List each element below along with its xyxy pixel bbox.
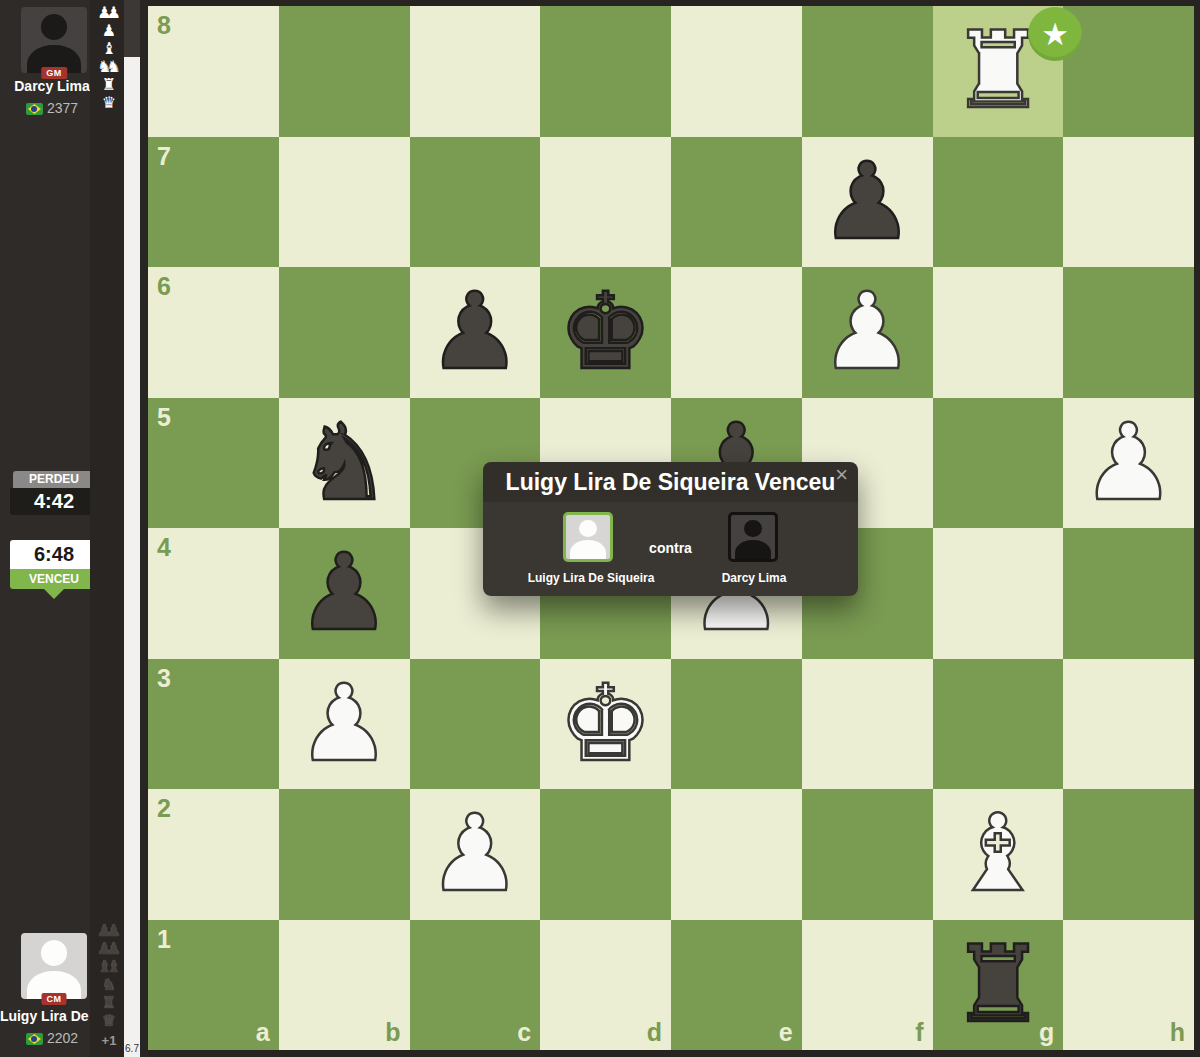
square-a2[interactable]: 2 — [148, 789, 279, 920]
winner-pointer-icon — [44, 589, 64, 599]
brazil-flag-icon — [26, 1033, 43, 1045]
dialog-body: contra Luigy Lira De Siqueira Darcy Lima — [483, 502, 858, 596]
square-c8[interactable] — [410, 6, 541, 137]
square-h8[interactable] — [1063, 6, 1194, 137]
top-clock: 4:42 — [10, 488, 98, 515]
brazil-flag-icon — [26, 103, 43, 115]
square-h5[interactable]: ♟ — [1063, 398, 1194, 529]
piece-white-bishop[interactable]: ♝ — [950, 801, 1045, 907]
piece-white-pawn[interactable]: ♟ — [1081, 410, 1176, 516]
square-e1[interactable]: e — [671, 920, 802, 1051]
captured-piece-group: ♟ — [102, 22, 116, 40]
square-h6[interactable] — [1063, 267, 1194, 398]
top-player-avatar[interactable]: GM — [21, 7, 87, 73]
square-b8[interactable] — [279, 6, 410, 137]
person-icon — [21, 933, 87, 999]
piece-black-pawn[interactable]: ♟ — [820, 149, 915, 255]
captured-piece-group: ♞♞ — [97, 58, 121, 76]
piece-black-king[interactable]: ♚ — [558, 279, 653, 385]
captured-by-bottom-list: ♟♟♟♟♝♝♞♜♛ — [93, 922, 125, 1030]
game-over-dialog: Luigy Lira De Siqueira Venceu × contra L… — [483, 462, 858, 596]
square-c6[interactable]: ♟ — [410, 267, 541, 398]
square-d7[interactable] — [540, 137, 671, 268]
piece-white-pawn[interactable]: ♟ — [820, 279, 915, 385]
square-g3[interactable] — [933, 659, 1064, 790]
square-a8[interactable]: 8 — [148, 6, 279, 137]
winner-name: Luigy Lira De Siqueira — [493, 571, 689, 585]
square-g8[interactable]: ♜★ — [933, 6, 1064, 137]
piece-black-pawn[interactable]: ♟ — [427, 279, 522, 385]
captured-piece-group: ♜ — [102, 994, 116, 1012]
file-label-d: d — [647, 1018, 662, 1047]
square-a3[interactable]: 3 — [148, 659, 279, 790]
top-player-title-badge: GM — [41, 67, 67, 79]
square-h2[interactable] — [1063, 789, 1194, 920]
square-b7[interactable] — [279, 137, 410, 268]
square-h4[interactable] — [1063, 528, 1194, 659]
square-c7[interactable] — [410, 137, 541, 268]
top-clock-status-badge: PERDEU — [13, 471, 95, 488]
captured-piece-group: ♝ — [102, 40, 116, 58]
file-label-c: c — [517, 1018, 531, 1047]
winner-star-icon: ★ — [1028, 7, 1082, 61]
file-label-h: h — [1170, 1018, 1185, 1047]
file-label-b: b — [385, 1018, 400, 1047]
captured-piece-group: ♛ — [102, 94, 116, 112]
person-icon — [566, 515, 610, 559]
piece-black-pawn[interactable]: ♟ — [297, 540, 392, 646]
captured-piece-group: ♜ — [102, 76, 116, 94]
file-label-f: f — [915, 1018, 923, 1047]
captured-piece-group: ♟♟ — [97, 940, 121, 958]
square-f2[interactable] — [802, 789, 933, 920]
file-label-e: e — [779, 1018, 793, 1047]
square-e8[interactable] — [671, 6, 802, 137]
square-e2[interactable] — [671, 789, 802, 920]
square-c2[interactable]: ♟ — [410, 789, 541, 920]
winner-avatar — [563, 512, 613, 562]
close-icon[interactable]: × — [835, 464, 848, 486]
square-f1[interactable]: f — [802, 920, 933, 1051]
captured-piece-group: ♛ — [102, 1012, 116, 1030]
evaluation-bar-black-section — [124, 0, 140, 57]
square-c3[interactable] — [410, 659, 541, 790]
rank-label-2: 2 — [157, 794, 171, 823]
square-d3[interactable]: ♚ — [540, 659, 671, 790]
square-g5[interactable] — [933, 398, 1064, 529]
loser-name: Darcy Lima — [691, 571, 817, 585]
square-f7[interactable]: ♟ — [802, 137, 933, 268]
rank-label-5: 5 — [157, 403, 171, 432]
square-b6[interactable] — [279, 267, 410, 398]
dialog-title: Luigy Lira De Siqueira Venceu — [506, 469, 836, 496]
square-e6[interactable] — [671, 267, 802, 398]
captured-by-top-list: ♟♟♟♝♞♞♜♛ — [93, 4, 125, 112]
person-icon — [21, 7, 87, 73]
square-a7[interactable]: 7 — [148, 137, 279, 268]
square-e7[interactable] — [671, 137, 802, 268]
material-advantage: +1 — [93, 1033, 125, 1048]
piece-white-pawn[interactable]: ♟ — [427, 801, 522, 907]
square-h1[interactable]: h — [1063, 920, 1194, 1051]
square-g7[interactable] — [933, 137, 1064, 268]
square-h7[interactable] — [1063, 137, 1194, 268]
piece-white-king[interactable]: ♚ — [558, 671, 653, 777]
rank-label-8: 8 — [157, 11, 171, 40]
square-a4[interactable]: 4 — [148, 528, 279, 659]
square-b1[interactable]: b — [279, 920, 410, 1051]
loser-avatar — [728, 512, 778, 562]
dialog-header: Luigy Lira De Siqueira Venceu × — [483, 462, 858, 502]
square-c1[interactable]: c — [410, 920, 541, 1051]
person-icon — [731, 515, 775, 559]
captured-piece-group: ♟♟ — [97, 922, 121, 940]
bottom-player-rating: 2202 — [0, 1030, 104, 1046]
square-d8[interactable] — [540, 6, 671, 137]
rank-label-4: 4 — [157, 533, 171, 562]
square-d2[interactable] — [540, 789, 671, 920]
square-g1[interactable]: g♜ — [933, 920, 1064, 1051]
bottom-clock: 6:48 — [10, 540, 98, 569]
piece-black-knight[interactable]: ♞ — [297, 410, 392, 516]
rank-label-3: 3 — [157, 664, 171, 693]
square-b2[interactable] — [279, 789, 410, 920]
square-g4[interactable] — [933, 528, 1064, 659]
square-a1[interactable]: 1a — [148, 920, 279, 1051]
square-h3[interactable] — [1063, 659, 1194, 790]
square-b5[interactable]: ♞ — [279, 398, 410, 529]
square-f8[interactable] — [802, 6, 933, 137]
captured-piece-group: ♝♝ — [97, 958, 121, 976]
captured-piece-group: ♞ — [102, 976, 116, 994]
file-label-a: a — [256, 1018, 270, 1047]
captured-piece-group: ♟♟ — [97, 4, 121, 22]
square-b3[interactable]: ♟ — [279, 659, 410, 790]
square-b4[interactable]: ♟ — [279, 528, 410, 659]
square-e3[interactable] — [671, 659, 802, 790]
square-g2[interactable]: ♝ — [933, 789, 1064, 920]
bottom-player-title-badge: CM — [42, 993, 67, 1005]
square-a5[interactable]: 5 — [148, 398, 279, 529]
rank-label-7: 7 — [157, 142, 171, 171]
evaluation-value: 6.7 — [124, 1043, 140, 1054]
rank-label-1: 1 — [157, 925, 171, 954]
piece-black-rook[interactable]: ♜ — [950, 932, 1045, 1038]
square-a6[interactable]: 6 — [148, 267, 279, 398]
rank-label-6: 6 — [157, 272, 171, 301]
square-g6[interactable] — [933, 267, 1064, 398]
square-d6[interactable]: ♚ — [540, 267, 671, 398]
evaluation-bar: 6.7 — [124, 0, 140, 1057]
square-f6[interactable]: ♟ — [802, 267, 933, 398]
vs-label: contra — [633, 540, 708, 556]
square-f3[interactable] — [802, 659, 933, 790]
top-player-rating: 2377 — [0, 100, 104, 116]
bottom-player-avatar[interactable]: CM — [21, 933, 87, 999]
bottom-clock-status-badge: VENCEU — [10, 569, 98, 589]
piece-white-pawn[interactable]: ♟ — [297, 671, 392, 777]
square-d1[interactable]: d — [540, 920, 671, 1051]
sidebar: GM Darcy Lima 2377 PERDEU 4:42 6:48 VENC… — [0, 0, 90, 1057]
